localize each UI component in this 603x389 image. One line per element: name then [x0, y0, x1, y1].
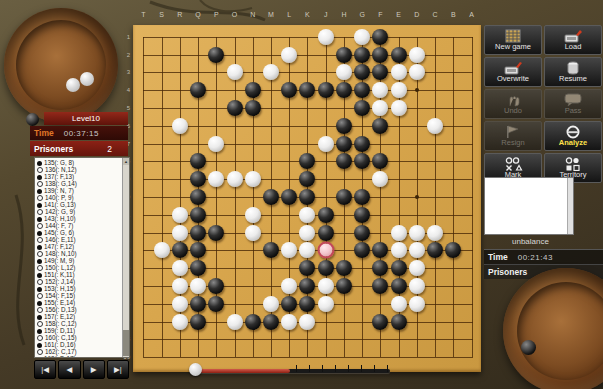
move-list-item[interactable]: 136(: N,12) — [37, 166, 129, 173]
stone-white — [318, 29, 334, 45]
comment-box[interactable] — [484, 177, 574, 235]
overwrite-icon — [503, 61, 523, 75]
grid-line — [472, 37, 473, 357]
move-list-item[interactable]: 142(: G, 9) — [37, 208, 129, 215]
column-label: M — [268, 11, 274, 18]
move-text: 136(: N,12) — [45, 166, 77, 173]
stone-black — [354, 64, 370, 80]
stone-black — [336, 278, 352, 294]
stone-black — [372, 64, 388, 80]
move-list-item[interactable]: 152(: J,14) — [37, 278, 129, 285]
stone-white — [299, 314, 315, 330]
stone-black — [299, 82, 315, 98]
column-label: L — [287, 11, 291, 18]
move-text: 145(: G, 6) — [44, 229, 74, 236]
stone-white — [409, 64, 425, 80]
resume-icon — [563, 61, 583, 75]
stone-white — [391, 64, 407, 80]
move-text: 160(: C,15) — [45, 334, 77, 341]
move-text: 146(: E,11) — [45, 236, 76, 243]
stone-white — [172, 278, 188, 294]
resume-button[interactable]: Resume — [544, 57, 602, 87]
black-stone-icon — [37, 203, 42, 208]
move-text: 149(: M, 9) — [44, 257, 74, 264]
stone-black — [336, 189, 352, 205]
slider-tick — [374, 365, 375, 372]
column-label: B — [451, 11, 456, 18]
move-text: 137(: F,13) — [44, 173, 74, 180]
evaluation-row: unbalance — [484, 235, 602, 248]
stone-bowl-black-player — [4, 8, 118, 122]
stone-white — [372, 100, 388, 116]
load-icon — [563, 29, 583, 43]
move-list-item[interactable]: 141(: G,13) — [37, 201, 129, 208]
move-list-item[interactable]: 159(: D,11) — [37, 327, 129, 334]
next-move-button[interactable]: ▶ — [83, 360, 105, 379]
move-text: 156(: D,13) — [45, 306, 77, 313]
time-label: Time — [34, 128, 54, 138]
row-label: 5 — [121, 105, 130, 111]
column-label: C — [433, 11, 438, 18]
stone-last-move-marked — [317, 242, 334, 259]
column-label: D — [414, 11, 419, 18]
white-stone-icon — [37, 307, 43, 313]
move-list-item[interactable]: 153(: H,15) — [37, 285, 129, 292]
stone-black — [299, 278, 315, 294]
move-text: 138(: G,14) — [45, 180, 77, 187]
move-list-item[interactable]: 145(: G, 6) — [37, 229, 129, 236]
move-text: 154(: F,15) — [45, 292, 75, 299]
column-label: J — [324, 11, 328, 18]
stone-white — [208, 171, 224, 187]
column-label: H — [341, 11, 346, 18]
hoshi-point — [415, 88, 419, 92]
black-stone-icon — [37, 301, 42, 306]
stone-black — [281, 82, 297, 98]
comment-scrollbar[interactable] — [567, 178, 573, 234]
grid-line — [143, 339, 472, 340]
stone-black — [391, 278, 407, 294]
column-label: E — [396, 11, 401, 18]
stone-white — [354, 29, 370, 45]
stone-white — [409, 225, 425, 241]
move-list-item[interactable]: 137(: F,13) — [37, 173, 129, 180]
stone-white — [409, 296, 425, 312]
stone-black — [354, 189, 370, 205]
stone-black — [208, 296, 224, 312]
stone-black — [299, 171, 315, 187]
slider-tick — [361, 365, 362, 372]
move-text: 150(: L,12) — [45, 264, 75, 271]
slider-tick — [348, 365, 349, 372]
captured-stone-white — [80, 72, 94, 86]
stone-white — [336, 64, 352, 80]
move-list-item[interactable]: 146(: E,11) — [37, 236, 129, 243]
stone-black — [263, 242, 279, 258]
stone-white — [172, 314, 188, 330]
stone-black — [372, 278, 388, 294]
last-move-button[interactable]: ▶| — [107, 360, 129, 379]
white-stone-icon — [37, 223, 43, 229]
first-move-button[interactable]: |◀ — [34, 360, 56, 379]
stone-black — [190, 260, 206, 276]
row-label: 1 — [121, 34, 130, 40]
stone-black — [190, 189, 206, 205]
black-stone-icon — [37, 217, 42, 222]
undo-icon — [503, 93, 523, 107]
stone-white — [409, 278, 425, 294]
move-list-scrollbar[interactable]: ▲ — [122, 158, 129, 357]
prisoners-label: Prisoners — [488, 267, 527, 277]
stone-black — [227, 100, 243, 116]
stone-black — [299, 260, 315, 276]
button-label: Resign — [501, 139, 524, 147]
move-text: 140(: P, 9) — [45, 194, 74, 201]
move-text: 158(: C,12) — [45, 320, 77, 327]
stone-black — [281, 189, 297, 205]
stone-black — [208, 278, 224, 294]
move-list-item[interactable]: 151(: K,11) — [37, 271, 129, 278]
black-stone-icon — [37, 245, 42, 250]
button-label: Undo — [504, 107, 522, 115]
white-stone-icon — [37, 321, 43, 327]
stone-black — [354, 47, 370, 63]
move-text: 135(: G, 8) — [44, 159, 74, 166]
move-text: 147(: F,12) — [44, 243, 74, 250]
stone-black — [372, 153, 388, 169]
stone-black — [263, 314, 279, 330]
column-label: P — [214, 11, 219, 18]
stone-white — [263, 296, 279, 312]
stone-black — [336, 136, 352, 152]
stone-black — [427, 242, 443, 258]
move-list-item[interactable]: 135(: G, 8) — [37, 159, 129, 166]
move-text: 162(: C,17) — [45, 348, 77, 355]
column-label: A — [469, 11, 474, 18]
stone-black — [299, 189, 315, 205]
stone-white — [263, 64, 279, 80]
stone-black — [172, 242, 188, 258]
level-label: Level10 — [72, 114, 100, 123]
column-label: F — [378, 11, 382, 18]
slider-tick — [335, 365, 336, 372]
stone-black — [190, 153, 206, 169]
black-stone-icon — [37, 161, 42, 166]
stone-black — [208, 225, 224, 241]
move-text: 159(: D,11) — [44, 327, 75, 334]
stone-white — [190, 278, 206, 294]
black-stone-icon — [37, 231, 42, 236]
move-list-item[interactable]: 160(: C,15) — [37, 334, 129, 341]
white-stone-icon — [37, 251, 43, 257]
stone-black — [354, 82, 370, 98]
stone-black — [336, 153, 352, 169]
slider-knob[interactable] — [189, 363, 202, 376]
stone-black — [190, 296, 206, 312]
stone-white — [299, 225, 315, 241]
stone-black — [372, 118, 388, 134]
stone-white — [372, 171, 388, 187]
stone-white — [281, 242, 297, 258]
move-text: 144(: F, 7) — [45, 222, 73, 229]
stone-black — [336, 82, 352, 98]
stone-black — [190, 314, 206, 330]
app-window: TSRQPONMLKJHGFEDCBA 12345678910111213141… — [0, 0, 603, 389]
analyze-button[interactable]: Analyze — [544, 121, 602, 151]
prisoners-label: Prisoners — [34, 144, 73, 154]
stone-black — [336, 260, 352, 276]
stone-white — [172, 207, 188, 223]
white-stone-icon — [37, 279, 43, 285]
new-game-button[interactable]: New game — [484, 25, 542, 55]
button-label: Overwrite — [497, 75, 529, 83]
white-stone-icon — [37, 335, 43, 341]
move-list-item[interactable]: 148(: N,10) — [37, 250, 129, 257]
stone-black — [336, 118, 352, 134]
black-stone-icon — [37, 273, 42, 278]
column-label: O — [232, 11, 237, 18]
stone-black — [245, 314, 261, 330]
slider-tick — [322, 365, 323, 372]
black-stone-icon — [37, 343, 42, 348]
mark-icon — [502, 157, 524, 171]
white-stone-icon — [37, 349, 43, 355]
move-list-item[interactable]: 140(: P, 9) — [37, 194, 129, 201]
button-label: New game — [495, 43, 531, 51]
row-label: 3 — [121, 69, 130, 75]
stone-white — [409, 47, 425, 63]
go-board[interactable] — [133, 25, 481, 372]
column-label: T — [141, 11, 145, 18]
stone-white — [372, 82, 388, 98]
stone-black — [299, 296, 315, 312]
stone-white — [281, 47, 297, 63]
black-stone-icon — [37, 357, 42, 359]
stone-white — [172, 225, 188, 241]
stone-black — [354, 153, 370, 169]
scroll-up-icon[interactable]: ▲ — [123, 158, 129, 165]
move-list-item[interactable]: 150(: L,12) — [37, 264, 129, 271]
stone-black — [372, 314, 388, 330]
move-list-item[interactable]: 157(: E,12) — [37, 313, 129, 320]
stone-black — [354, 100, 370, 116]
move-list-item[interactable]: 161(: D,16) — [37, 341, 129, 348]
territory-icon — [562, 157, 584, 171]
undo-button: Undo — [484, 89, 542, 119]
button-label: Analyze — [559, 139, 587, 147]
stone-black — [190, 171, 206, 187]
stone-black — [372, 260, 388, 276]
stone-black — [391, 260, 407, 276]
move-text: 153(: H,15) — [44, 285, 76, 292]
move-list-item[interactable]: 162(: C,17) — [37, 348, 129, 355]
move-list-item[interactable]: 158(: C,12) — [37, 320, 129, 327]
button-label: Pass — [565, 107, 582, 115]
black-stone-icon — [37, 315, 42, 320]
stone-white — [391, 242, 407, 258]
stone-white — [299, 242, 315, 258]
stone-black — [245, 100, 261, 116]
move-list-item[interactable]: 149(: M, 9) — [37, 257, 129, 264]
stone-white — [172, 118, 188, 134]
move-list[interactable]: 135(: G, 8)136(: N,12)137(: F,13)138(: G… — [34, 157, 130, 358]
move-text: 157(: E,12) — [44, 313, 75, 320]
black-prisoners-value: 2 — [107, 144, 112, 154]
stone-black — [354, 225, 370, 241]
grid-line — [453, 37, 454, 357]
stone-black — [299, 153, 315, 169]
new-game-icon — [503, 29, 523, 43]
stone-white — [318, 136, 334, 152]
prev-move-button[interactable]: ◀ — [58, 360, 80, 379]
stone-white — [281, 314, 297, 330]
stone-black — [445, 242, 461, 258]
white-stone-icon — [37, 209, 43, 215]
pass-button: Pass — [544, 89, 602, 119]
stone-black — [318, 260, 334, 276]
stone-bowl-white-player — [503, 268, 603, 389]
stone-black — [318, 207, 334, 223]
stone-black — [281, 296, 297, 312]
overwrite-button[interactable]: Overwrite — [484, 57, 542, 87]
stone-black — [354, 242, 370, 258]
move-text: 151(: K,11) — [44, 271, 75, 278]
column-label: Q — [195, 11, 200, 18]
grid-line — [143, 357, 472, 358]
white-stone-icon — [37, 181, 43, 187]
level-badge: Level10 — [44, 112, 128, 125]
black-player-stone-icon — [26, 113, 39, 126]
stone-white — [391, 100, 407, 116]
move-list-item[interactable]: 139(: N, 7) — [37, 187, 129, 194]
stone-white — [391, 296, 407, 312]
playback-controls: |◀◀▶▶| — [34, 360, 129, 379]
captured-stone-white — [66, 78, 80, 92]
stone-white — [245, 207, 261, 223]
stone-black — [318, 82, 334, 98]
black-stone-icon — [37, 175, 42, 180]
move-list-item[interactable]: 155(: E,14) — [37, 299, 129, 306]
black-stone-icon — [37, 189, 42, 194]
stone-black — [391, 314, 407, 330]
black-time-bar: Time 00:37:15 — [30, 126, 128, 140]
move-text: 143(: H,10) — [44, 215, 76, 222]
stone-black — [354, 136, 370, 152]
row-label: 4 — [121, 87, 130, 93]
slider-fill — [200, 369, 290, 373]
stone-white — [318, 296, 334, 312]
move-text: 155(: E,14) — [44, 299, 75, 306]
move-text: 152(: J,14) — [45, 278, 75, 285]
stone-black — [190, 82, 206, 98]
stone-white — [227, 64, 243, 80]
column-label: K — [305, 11, 310, 18]
toolbar: New gameLoadOverwriteResumeUndoPassResig… — [484, 25, 602, 183]
stone-white — [245, 225, 261, 241]
slider-tick — [387, 365, 388, 372]
move-list-item[interactable]: 154(: F,15) — [37, 292, 129, 299]
white-stone-icon — [37, 237, 43, 243]
move-list-item[interactable]: 163(: D,17) — [37, 355, 129, 358]
hoshi-point — [415, 195, 419, 199]
stone-white — [227, 314, 243, 330]
stone-black — [372, 29, 388, 45]
stone-white — [227, 171, 243, 187]
black-time-value: 00:37:15 — [64, 129, 99, 138]
captured-stone-black — [521, 340, 536, 355]
stone-black — [208, 47, 224, 63]
stone-white — [427, 225, 443, 241]
move-text: 161(: D,16) — [44, 341, 76, 348]
stone-white — [154, 242, 170, 258]
stone-black — [318, 225, 334, 241]
stone-white — [409, 242, 425, 258]
stone-white — [172, 260, 188, 276]
stone-white — [409, 260, 425, 276]
stone-black — [372, 242, 388, 258]
stone-black — [263, 189, 279, 205]
black-stone-icon — [37, 259, 42, 264]
move-text: 141(: G,13) — [44, 201, 76, 208]
stone-black — [190, 225, 206, 241]
black-stone-icon — [37, 287, 42, 292]
black-prisoners-bar: Prisoners 2 — [30, 141, 128, 156]
stone-white — [208, 136, 224, 152]
black-stone-icon — [37, 329, 42, 334]
white-stone-icon — [37, 265, 43, 271]
grid-line — [435, 37, 436, 357]
stone-black — [245, 82, 261, 98]
stone-white — [245, 171, 261, 187]
slider-tick — [296, 365, 297, 372]
white-stone-icon — [37, 293, 43, 299]
analyze-icon — [563, 125, 583, 139]
stone-white — [391, 225, 407, 241]
slider-tick — [309, 365, 310, 372]
move-list-item[interactable]: 138(: G,14) — [37, 180, 129, 187]
load-button[interactable]: Load — [544, 25, 602, 55]
move-list-item[interactable]: 143(: H,10) — [37, 215, 129, 222]
white-stone-icon — [37, 195, 43, 201]
column-label: S — [159, 11, 164, 18]
stone-black — [391, 47, 407, 63]
evaluation-label: unbalance — [512, 237, 549, 246]
move-list-item[interactable]: 144(: F, 7) — [37, 222, 129, 229]
resign-icon — [503, 125, 523, 139]
stone-white — [391, 82, 407, 98]
column-label: N — [250, 11, 255, 18]
resign-button: Resign — [484, 121, 542, 151]
move-list-item[interactable]: 156(: D,13) — [37, 306, 129, 313]
stone-black — [190, 207, 206, 223]
white-stone-icon — [37, 167, 43, 173]
white-time-bar: Time 00:21:43 — [484, 249, 603, 264]
column-label: G — [359, 11, 364, 18]
scrollbar-thumb[interactable] — [123, 330, 129, 356]
row-label: 2 — [121, 52, 130, 58]
stone-white — [427, 118, 443, 134]
stone-black — [190, 242, 206, 258]
stone-black — [354, 207, 370, 223]
move-list-item[interactable]: 147(: F,12) — [37, 243, 129, 250]
column-label: R — [177, 11, 182, 18]
stone-white — [318, 278, 334, 294]
pass-icon — [563, 93, 583, 107]
button-label: Load — [565, 43, 582, 51]
stone-white — [299, 207, 315, 223]
stone-black — [336, 47, 352, 63]
button-label: Resume — [559, 75, 587, 83]
